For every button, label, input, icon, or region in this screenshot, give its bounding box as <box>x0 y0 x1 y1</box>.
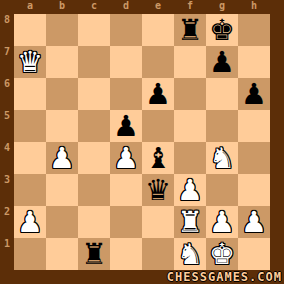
square-g7: ♟ <box>206 46 238 78</box>
square-a5 <box>14 110 46 142</box>
square-g8: ♚ <box>206 14 238 46</box>
square-b8 <box>46 14 78 46</box>
white-king-g1: ♚ <box>209 238 235 270</box>
square-d7 <box>110 46 142 78</box>
square-h8 <box>238 14 270 46</box>
square-f3: ♟ <box>174 174 206 206</box>
file-label-c: c <box>78 0 110 14</box>
white-pawn-h2: ♟ <box>241 206 267 238</box>
square-a6 <box>14 78 46 110</box>
square-f8: ♜ <box>174 14 206 46</box>
chess-board-diagram: abcdefgh 87654321 ♜♚♛♟♟♟♟♟♟♝♞♛♟♟♜♟♟♜♞♚ C… <box>0 0 284 284</box>
square-a3 <box>14 174 46 206</box>
black-bishop-e4: ♝ <box>145 142 171 174</box>
rank-label-1: 1 <box>0 238 14 270</box>
black-pawn-d5: ♟ <box>113 110 139 142</box>
square-h3 <box>238 174 270 206</box>
square-b6 <box>46 78 78 110</box>
white-pawn-f3: ♟ <box>177 174 203 206</box>
square-c4 <box>78 142 110 174</box>
square-c2 <box>78 206 110 238</box>
square-g5 <box>206 110 238 142</box>
square-g3 <box>206 174 238 206</box>
square-d4: ♟ <box>110 142 142 174</box>
square-c6 <box>78 78 110 110</box>
white-pawn-a2: ♟ <box>17 206 43 238</box>
file-label-e: e <box>142 0 174 14</box>
square-f7 <box>174 46 206 78</box>
white-queen-a7: ♛ <box>17 46 43 78</box>
square-g2: ♟ <box>206 206 238 238</box>
square-a4 <box>14 142 46 174</box>
square-a1 <box>14 238 46 270</box>
white-rook-f2: ♜ <box>177 206 203 238</box>
square-g1: ♚ <box>206 238 238 270</box>
file-label-d: d <box>110 0 142 14</box>
rank-label-6: 6 <box>0 78 14 110</box>
black-pawn-e6: ♟ <box>145 78 171 110</box>
white-pawn-g2: ♟ <box>209 206 235 238</box>
square-h5 <box>238 110 270 142</box>
file-label-h: h <box>238 0 270 14</box>
square-d3 <box>110 174 142 206</box>
black-pawn-g7: ♟ <box>209 46 235 78</box>
square-c1: ♜ <box>78 238 110 270</box>
square-h4 <box>238 142 270 174</box>
file-label-g: g <box>206 0 238 14</box>
square-e4: ♝ <box>142 142 174 174</box>
rank-labels: 87654321 <box>0 14 14 270</box>
chess-board: ♜♚♛♟♟♟♟♟♟♝♞♛♟♟♜♟♟♜♞♚ <box>14 14 270 270</box>
square-e7 <box>142 46 174 78</box>
square-f5 <box>174 110 206 142</box>
white-knight-f1: ♞ <box>177 238 203 270</box>
square-a8 <box>14 14 46 46</box>
square-f6 <box>174 78 206 110</box>
square-d1 <box>110 238 142 270</box>
white-pawn-b4: ♟ <box>49 142 75 174</box>
file-label-a: a <box>14 0 46 14</box>
rank-label-8: 8 <box>0 14 14 46</box>
square-b4: ♟ <box>46 142 78 174</box>
file-label-b: b <box>46 0 78 14</box>
file-labels: abcdefgh <box>14 0 270 14</box>
black-queen-e3: ♛ <box>145 174 171 206</box>
rank-label-5: 5 <box>0 110 14 142</box>
black-rook-f8: ♜ <box>177 14 203 46</box>
square-a7: ♛ <box>14 46 46 78</box>
square-c7 <box>78 46 110 78</box>
square-h6: ♟ <box>238 78 270 110</box>
black-rook-c1: ♜ <box>81 238 107 270</box>
square-e3: ♛ <box>142 174 174 206</box>
square-d5: ♟ <box>110 110 142 142</box>
square-b5 <box>46 110 78 142</box>
square-h7 <box>238 46 270 78</box>
square-b2 <box>46 206 78 238</box>
square-a2: ♟ <box>14 206 46 238</box>
square-b7 <box>46 46 78 78</box>
file-label-f: f <box>174 0 206 14</box>
square-d8 <box>110 14 142 46</box>
square-d2 <box>110 206 142 238</box>
rank-label-2: 2 <box>0 206 14 238</box>
square-f2: ♜ <box>174 206 206 238</box>
square-b3 <box>46 174 78 206</box>
white-knight-g4: ♞ <box>209 142 235 174</box>
rank-label-3: 3 <box>0 174 14 206</box>
square-e8 <box>142 14 174 46</box>
square-h1 <box>238 238 270 270</box>
square-d6 <box>110 78 142 110</box>
square-c5 <box>78 110 110 142</box>
square-f1: ♞ <box>174 238 206 270</box>
rank-label-7: 7 <box>0 46 14 78</box>
square-e5 <box>142 110 174 142</box>
square-e2 <box>142 206 174 238</box>
square-f4 <box>174 142 206 174</box>
square-e1 <box>142 238 174 270</box>
square-g4: ♞ <box>206 142 238 174</box>
black-pawn-h6: ♟ <box>241 78 267 110</box>
square-h2: ♟ <box>238 206 270 238</box>
square-b1 <box>46 238 78 270</box>
rank-label-4: 4 <box>0 142 14 174</box>
square-c8 <box>78 14 110 46</box>
square-e6: ♟ <box>142 78 174 110</box>
square-c3 <box>78 174 110 206</box>
black-king-g8: ♚ <box>209 14 235 46</box>
white-pawn-d4: ♟ <box>113 142 139 174</box>
watermark-text: CHESSGAMES.COM <box>167 270 282 284</box>
square-g6 <box>206 78 238 110</box>
